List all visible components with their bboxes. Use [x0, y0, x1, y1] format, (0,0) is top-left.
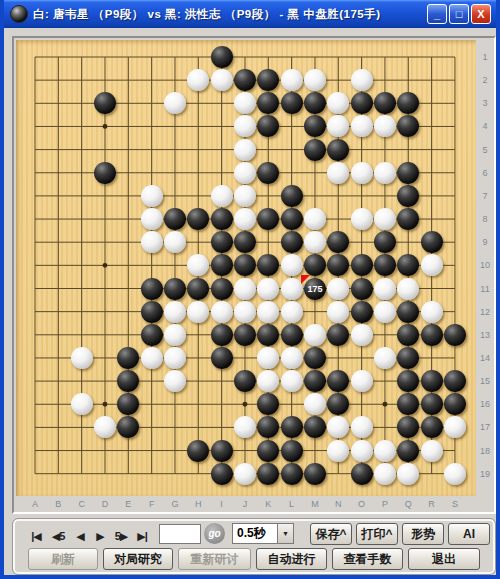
board-panel: 175 ABCDEFGHIJKLMNOPQRS12345678910111213… [12, 36, 496, 514]
black-stone-K19[interactable] [257, 463, 279, 485]
black-stone-L7[interactable] [281, 185, 303, 207]
action-button-2: 重新研讨 [178, 548, 251, 570]
black-stone-N5[interactable] [327, 139, 349, 161]
white-stone-J5[interactable] [234, 139, 256, 161]
row-label-7: 7 [478, 191, 492, 201]
delay-selected-value: 0.5秒 [233, 525, 277, 542]
col-label-Q: Q [400, 499, 416, 509]
black-stone-S15[interactable] [444, 370, 466, 392]
black-stone-I18[interactable] [211, 440, 233, 462]
col-label-N: N [330, 499, 346, 509]
black-stone-K6[interactable] [257, 162, 279, 184]
black-stone-Q13[interactable] [397, 324, 419, 346]
row-label-6: 6 [478, 168, 492, 178]
white-stone-F9[interactable] [141, 231, 163, 253]
black-stone-R16[interactable] [421, 393, 443, 415]
black-stone-R13[interactable] [421, 324, 443, 346]
black-stone-F13[interactable] [141, 324, 163, 346]
white-stone-G15[interactable] [164, 370, 186, 392]
col-label-M: M [307, 499, 323, 509]
white-stone-G14[interactable] [164, 347, 186, 369]
white-stone-O8[interactable] [351, 208, 373, 230]
white-stone-P12[interactable] [374, 301, 396, 323]
black-stone-S13[interactable] [444, 324, 466, 346]
toolbar-button-2[interactable]: 形势 [402, 523, 444, 545]
white-stone-F8[interactable] [141, 208, 163, 230]
row-label-19: 19 [478, 469, 492, 479]
black-stone-K18[interactable] [257, 440, 279, 462]
white-stone-L2[interactable] [281, 69, 303, 91]
black-stone-Q6[interactable] [397, 162, 419, 184]
row-label-17: 17 [478, 422, 492, 432]
black-stone-M14[interactable] [304, 347, 326, 369]
white-stone-M2[interactable] [304, 69, 326, 91]
black-stone-R17[interactable] [421, 416, 443, 438]
white-stone-J6[interactable] [234, 162, 256, 184]
col-label-R: R [424, 499, 440, 509]
black-stone-O11[interactable] [351, 278, 373, 300]
black-stone-I13[interactable] [211, 324, 233, 346]
black-stone-O12[interactable] [351, 301, 373, 323]
white-stone-O17[interactable] [351, 416, 373, 438]
black-stone-R9[interactable] [421, 231, 443, 253]
black-stone-J9[interactable] [234, 231, 256, 253]
black-stone-I14[interactable] [211, 347, 233, 369]
white-stone-L11[interactable] [281, 278, 303, 300]
go-board[interactable]: 175 [16, 40, 476, 496]
col-label-E: E [120, 499, 136, 509]
white-stone-L12[interactable] [281, 301, 303, 323]
white-stone-O18[interactable] [351, 440, 373, 462]
black-stone-H11[interactable] [187, 278, 209, 300]
black-stone-Q18[interactable] [397, 440, 419, 462]
black-stone-O3[interactable] [351, 92, 373, 114]
black-stone-I19[interactable] [211, 463, 233, 485]
white-stone-L10[interactable] [281, 254, 303, 276]
white-stone-J7[interactable] [234, 185, 256, 207]
white-stone-O2[interactable] [351, 69, 373, 91]
white-stone-R18[interactable] [421, 440, 443, 462]
nav-button-4[interactable]: 5▶ [110, 527, 132, 545]
white-stone-N6[interactable] [327, 162, 349, 184]
black-stone-K13[interactable] [257, 324, 279, 346]
black-stone-O10[interactable] [351, 254, 373, 276]
col-label-O: O [354, 499, 370, 509]
black-stone-F11[interactable] [141, 278, 163, 300]
move-number-input[interactable] [159, 524, 201, 544]
black-stone-F12[interactable] [141, 301, 163, 323]
black-stone-N13[interactable] [327, 324, 349, 346]
black-stone-R15[interactable] [421, 370, 443, 392]
white-stone-G13[interactable] [164, 324, 186, 346]
row-label-9: 9 [478, 237, 492, 247]
white-stone-Q11[interactable] [397, 278, 419, 300]
minimize-button[interactable]: _ [427, 4, 447, 24]
white-stone-M9[interactable] [304, 231, 326, 253]
row-label-4: 4 [478, 121, 492, 131]
black-stone-L17[interactable] [281, 416, 303, 438]
row-label-3: 3 [478, 98, 492, 108]
white-stone-C14[interactable] [71, 347, 93, 369]
black-stone-Q7[interactable] [397, 185, 419, 207]
app-window: 白: 唐韦星 （P9段） vs 黑: 洪性志 （P9段） - 黑 中盘胜(175… [0, 0, 500, 579]
white-stone-P6[interactable] [374, 162, 396, 184]
chevron-down-icon[interactable]: ▼ [277, 524, 293, 543]
white-stone-I12[interactable] [211, 301, 233, 323]
white-stone-M13[interactable] [304, 324, 326, 346]
black-stone-D6[interactable] [94, 162, 116, 184]
white-stone-J11[interactable] [234, 278, 256, 300]
white-stone-J19[interactable] [234, 463, 256, 485]
nav-button-5[interactable]: ▶| [132, 527, 152, 545]
row-label-10: 10 [478, 260, 492, 270]
white-stone-N18[interactable] [327, 440, 349, 462]
black-stone-I9[interactable] [211, 231, 233, 253]
row-label-14: 14 [478, 353, 492, 363]
black-stone-L19[interactable] [281, 463, 303, 485]
toolbar-button-1[interactable]: 打印^ [356, 523, 398, 545]
white-stone-R12[interactable] [421, 301, 443, 323]
white-stone-L14[interactable] [281, 347, 303, 369]
row-label-8: 8 [478, 214, 492, 224]
white-stone-G12[interactable] [164, 301, 186, 323]
toolbar-button-0[interactable]: 保存^ [310, 523, 352, 545]
white-stone-N12[interactable] [327, 301, 349, 323]
col-label-J: J [237, 499, 253, 509]
row-label-2: 2 [478, 75, 492, 85]
black-stone-J2[interactable] [234, 69, 256, 91]
white-stone-Q19[interactable] [397, 463, 419, 485]
col-label-A: A [27, 499, 43, 509]
nav-button-2[interactable]: ◀ [70, 527, 90, 545]
window-title: 白: 唐韦星 （P9段） vs 黑: 洪性志 （P9段） - 黑 中盘胜(175… [33, 7, 381, 22]
action-button-5[interactable]: 退出 [408, 548, 480, 570]
white-stone-O6[interactable] [351, 162, 373, 184]
close-button[interactable]: X [471, 4, 491, 24]
black-stone-Q12[interactable] [397, 301, 419, 323]
black-stone-L18[interactable] [281, 440, 303, 462]
black-stone-L3[interactable] [281, 92, 303, 114]
black-stone-M15[interactable] [304, 370, 326, 392]
white-stone-J8[interactable] [234, 208, 256, 230]
col-label-H: H [190, 499, 206, 509]
white-stone-M8[interactable] [304, 208, 326, 230]
delay-dropdown[interactable]: 0.5秒 ▼ [232, 523, 294, 544]
white-stone-P14[interactable] [374, 347, 396, 369]
white-stone-O4[interactable] [351, 115, 373, 137]
black-stone-L8[interactable] [281, 208, 303, 230]
col-label-B: B [50, 499, 66, 509]
white-stone-S19[interactable] [444, 463, 466, 485]
white-stone-L15[interactable] [281, 370, 303, 392]
row-label-5: 5 [478, 145, 492, 155]
action-button-1[interactable]: 对局研究 [103, 548, 173, 570]
col-label-D: D [97, 499, 113, 509]
col-label-C: C [74, 499, 90, 509]
white-stone-K12[interactable] [257, 301, 279, 323]
black-stone-J13[interactable] [234, 324, 256, 346]
black-stone-I8[interactable] [211, 208, 233, 230]
white-stone-G9[interactable] [164, 231, 186, 253]
row-label-15: 15 [478, 376, 492, 386]
row-label-16: 16 [478, 399, 492, 409]
white-stone-K11[interactable] [257, 278, 279, 300]
row-label-1: 1 [478, 52, 492, 62]
white-stone-F7[interactable] [141, 185, 163, 207]
maximize-button[interactable]: □ [449, 4, 469, 24]
col-label-K: K [260, 499, 276, 509]
action-button-0: 刷新 [28, 548, 98, 570]
black-stone-I11[interactable] [211, 278, 233, 300]
black-stone-I1[interactable] [211, 46, 233, 68]
white-stone-H12[interactable] [187, 301, 209, 323]
black-stone-P9[interactable] [374, 231, 396, 253]
white-stone-R10[interactable] [421, 254, 443, 276]
title-bar[interactable]: 白: 唐韦星 （P9段） vs 黑: 洪性志 （P9段） - 黑 中盘胜(175… [4, 0, 496, 28]
black-stone-M19[interactable] [304, 463, 326, 485]
white-stone-O15[interactable] [351, 370, 373, 392]
col-label-G: G [167, 499, 183, 509]
white-stone-F14[interactable] [141, 347, 163, 369]
row-label-11: 11 [478, 284, 492, 294]
row-label-13: 13 [478, 330, 492, 340]
nav-button-1[interactable]: ◀5 [46, 527, 70, 545]
row-label-18: 18 [478, 446, 492, 456]
black-stone-G8[interactable] [164, 208, 186, 230]
nav-button-3[interactable]: ▶ [90, 527, 110, 545]
toolbar-button-3[interactable]: AI [448, 523, 490, 545]
col-label-L: L [284, 499, 300, 509]
white-stone-P19[interactable] [374, 463, 396, 485]
col-label-F: F [144, 499, 160, 509]
white-stone-I7[interactable] [211, 185, 233, 207]
col-label-P: P [377, 499, 393, 509]
last-move-marker-triangle-icon [301, 275, 310, 284]
black-stone-L13[interactable] [281, 324, 303, 346]
white-stone-P18[interactable] [374, 440, 396, 462]
black-stone-H18[interactable] [187, 440, 209, 462]
app-logo-go-stone-icon [10, 5, 28, 23]
action-button-3[interactable]: 自动进行 [256, 548, 327, 570]
row-label-12: 12 [478, 307, 492, 317]
black-stone-O19[interactable] [351, 463, 373, 485]
white-stone-P11[interactable] [374, 278, 396, 300]
white-stone-C16[interactable] [71, 393, 93, 415]
black-stone-G11[interactable] [164, 278, 186, 300]
black-stone-I10[interactable] [211, 254, 233, 276]
col-label-I: I [214, 499, 230, 509]
white-stone-P8[interactable] [374, 208, 396, 230]
go-button[interactable]: go [204, 523, 225, 544]
black-stone-J15[interactable] [234, 370, 256, 392]
black-stone-M5[interactable] [304, 139, 326, 161]
nav-button-0[interactable]: |◀ [26, 527, 46, 545]
white-stone-I2[interactable] [211, 69, 233, 91]
col-label-S: S [447, 499, 463, 509]
black-stone-L9[interactable] [281, 231, 303, 253]
white-stone-O13[interactable] [351, 324, 373, 346]
white-stone-N11[interactable] [327, 278, 349, 300]
white-stone-J12[interactable] [234, 301, 256, 323]
action-button-4[interactable]: 查看手数 [332, 548, 403, 570]
